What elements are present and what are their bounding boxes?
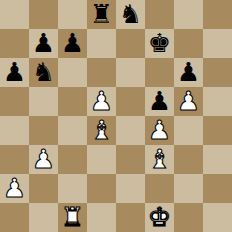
piece-white-pawn-g5[interactable]: ♟ [177, 88, 200, 114]
piece-white-bishop-d4[interactable]: ♝ [90, 117, 113, 143]
square-c7[interactable]: ♟ [58, 29, 87, 58]
piece-white-pawn-d5[interactable]: ♟ [90, 88, 113, 114]
square-g7[interactable] [174, 29, 203, 58]
square-a4[interactable] [0, 116, 29, 145]
square-h5[interactable] [203, 87, 232, 116]
square-a8[interactable] [0, 0, 29, 29]
chess-board: ♜♞♟♟♚♟♞♟♟♟♟♝♟♟♝♟♜♚ [0, 0, 232, 232]
square-d3[interactable] [87, 145, 116, 174]
square-h1[interactable] [203, 203, 232, 232]
square-e7[interactable] [116, 29, 145, 58]
square-b7[interactable]: ♟ [29, 29, 58, 58]
piece-black-rook-d8[interactable]: ♜ [90, 1, 113, 27]
square-f3[interactable]: ♝ [145, 145, 174, 174]
square-c6[interactable] [58, 58, 87, 87]
square-c8[interactable] [58, 0, 87, 29]
square-g3[interactable] [174, 145, 203, 174]
square-h4[interactable] [203, 116, 232, 145]
square-d6[interactable] [87, 58, 116, 87]
piece-white-rook-c1[interactable]: ♜ [61, 204, 84, 230]
piece-white-bishop-f3[interactable]: ♝ [148, 146, 171, 172]
piece-black-pawn-a6[interactable]: ♟ [3, 59, 26, 85]
square-h7[interactable] [203, 29, 232, 58]
square-b8[interactable] [29, 0, 58, 29]
square-g4[interactable] [174, 116, 203, 145]
square-d4[interactable]: ♝ [87, 116, 116, 145]
square-d5[interactable]: ♟ [87, 87, 116, 116]
square-g1[interactable] [174, 203, 203, 232]
piece-white-pawn-f4[interactable]: ♟ [148, 117, 171, 143]
square-g6[interactable]: ♟ [174, 58, 203, 87]
square-g2[interactable] [174, 174, 203, 203]
square-f2[interactable] [145, 174, 174, 203]
square-a1[interactable] [0, 203, 29, 232]
piece-black-king-f7[interactable]: ♚ [148, 30, 171, 56]
square-h8[interactable] [203, 0, 232, 29]
piece-white-pawn-b3[interactable]: ♟ [32, 146, 55, 172]
square-a2[interactable]: ♟ [0, 174, 29, 203]
square-e2[interactable] [116, 174, 145, 203]
square-d1[interactable] [87, 203, 116, 232]
square-b1[interactable] [29, 203, 58, 232]
square-f8[interactable] [145, 0, 174, 29]
square-c1[interactable]: ♜ [58, 203, 87, 232]
square-d7[interactable] [87, 29, 116, 58]
square-d8[interactable]: ♜ [87, 0, 116, 29]
piece-white-pawn-a2[interactable]: ♟ [3, 175, 26, 201]
square-e8[interactable]: ♞ [116, 0, 145, 29]
square-e6[interactable] [116, 58, 145, 87]
square-b6[interactable]: ♞ [29, 58, 58, 87]
square-c2[interactable] [58, 174, 87, 203]
square-c5[interactable] [58, 87, 87, 116]
square-h2[interactable] [203, 174, 232, 203]
square-f6[interactable] [145, 58, 174, 87]
square-h6[interactable] [203, 58, 232, 87]
square-f1[interactable]: ♚ [145, 203, 174, 232]
square-f5[interactable]: ♟ [145, 87, 174, 116]
square-a6[interactable]: ♟ [0, 58, 29, 87]
square-a7[interactable] [0, 29, 29, 58]
square-b3[interactable]: ♟ [29, 145, 58, 174]
square-a3[interactable] [0, 145, 29, 174]
square-e4[interactable] [116, 116, 145, 145]
square-b2[interactable] [29, 174, 58, 203]
piece-black-pawn-f5[interactable]: ♟ [148, 88, 171, 114]
piece-black-knight-b6[interactable]: ♞ [32, 59, 55, 85]
square-h3[interactable] [203, 145, 232, 174]
square-e1[interactable] [116, 203, 145, 232]
square-b5[interactable] [29, 87, 58, 116]
piece-white-king-f1[interactable]: ♚ [148, 204, 171, 230]
square-a5[interactable] [0, 87, 29, 116]
square-e5[interactable] [116, 87, 145, 116]
square-b4[interactable] [29, 116, 58, 145]
square-c4[interactable] [58, 116, 87, 145]
piece-black-knight-e8[interactable]: ♞ [119, 1, 142, 27]
square-g8[interactable] [174, 0, 203, 29]
square-f7[interactable]: ♚ [145, 29, 174, 58]
square-f4[interactable]: ♟ [145, 116, 174, 145]
square-c3[interactable] [58, 145, 87, 174]
square-e3[interactable] [116, 145, 145, 174]
piece-black-pawn-c7[interactable]: ♟ [61, 30, 84, 56]
piece-black-pawn-g6[interactable]: ♟ [177, 59, 200, 85]
square-g5[interactable]: ♟ [174, 87, 203, 116]
piece-black-pawn-b7[interactable]: ♟ [32, 30, 55, 56]
square-d2[interactable] [87, 174, 116, 203]
